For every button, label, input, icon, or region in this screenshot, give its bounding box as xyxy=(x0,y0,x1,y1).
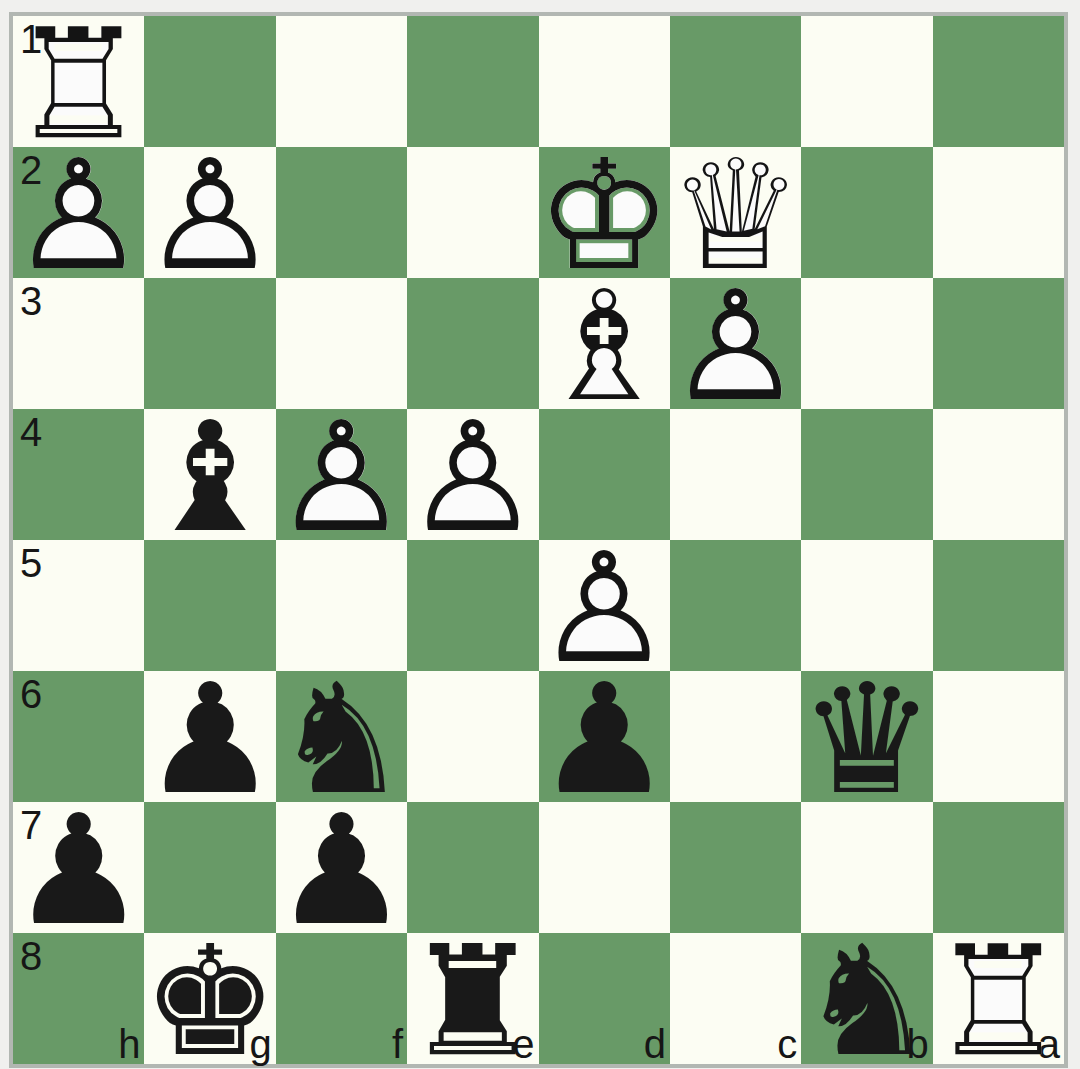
square-a6[interactable] xyxy=(933,671,1064,802)
white-rook-outline-icon: ♖ xyxy=(933,936,1064,1067)
square-b6[interactable]: ♛ xyxy=(801,671,932,802)
square-h4[interactable]: 4 xyxy=(13,409,144,540)
white-bishop-outline-icon: ♗ xyxy=(539,281,670,412)
chess-board[interactable]: 1♜♖2♟♙♟♙♚♔♛♕3♝♗♟♙4♝♟♙♟♙5♟♙6♟♞♟♛7♟♟8hg♚fe… xyxy=(13,16,1064,1064)
square-a4[interactable] xyxy=(933,409,1064,540)
square-a2[interactable] xyxy=(933,147,1064,278)
square-g6[interactable]: ♟ xyxy=(144,671,275,802)
square-h2[interactable]: 2♟♙ xyxy=(13,147,144,278)
square-b1[interactable] xyxy=(801,16,932,147)
square-g4[interactable]: ♝ xyxy=(144,409,275,540)
square-b2[interactable] xyxy=(801,147,932,278)
white-pawn-outline-icon: ♙ xyxy=(144,150,275,281)
square-f7[interactable]: ♟ xyxy=(276,802,407,933)
square-d5[interactable]: ♟♙ xyxy=(539,540,670,671)
square-c5[interactable] xyxy=(670,540,801,671)
file-label-f: f xyxy=(392,1024,403,1064)
black-pawn-h7[interactable]: ♟ xyxy=(13,805,144,936)
black-king-g8[interactable]: ♚ xyxy=(144,936,275,1067)
square-b3[interactable] xyxy=(801,278,932,409)
square-a1[interactable] xyxy=(933,16,1064,147)
square-e8[interactable]: e♜ xyxy=(407,933,538,1064)
white-pawn-outline-icon: ♙ xyxy=(670,281,801,412)
black-pawn-g6[interactable]: ♟ xyxy=(144,674,275,805)
white-pawn-outline-icon: ♙ xyxy=(407,412,538,543)
black-knight-b8[interactable]: ♞ xyxy=(801,936,932,1067)
rank-label-4: 4 xyxy=(20,412,42,452)
square-f1[interactable] xyxy=(276,16,407,147)
square-c6[interactable] xyxy=(670,671,801,802)
board-frame: 1♜♖2♟♙♟♙♚♔♛♕3♝♗♟♙4♝♟♙♟♙5♟♙6♟♞♟♛7♟♟8hg♚fe… xyxy=(9,12,1068,1068)
black-pawn-f7[interactable]: ♟ xyxy=(276,805,407,936)
square-a8[interactable]: a♜♖ xyxy=(933,933,1064,1064)
square-h7[interactable]: 7♟ xyxy=(13,802,144,933)
square-c8[interactable]: c xyxy=(670,933,801,1064)
square-g2[interactable]: ♟♙ xyxy=(144,147,275,278)
file-label-c: c xyxy=(777,1024,797,1064)
square-a3[interactable] xyxy=(933,278,1064,409)
white-pawn-outline-icon: ♙ xyxy=(276,412,407,543)
square-f2[interactable] xyxy=(276,147,407,278)
rank-label-6: 6 xyxy=(20,674,42,714)
square-e4[interactable]: ♟♙ xyxy=(407,409,538,540)
square-e1[interactable] xyxy=(407,16,538,147)
square-e6[interactable] xyxy=(407,671,538,802)
black-bishop-g4[interactable]: ♝ xyxy=(144,412,275,543)
black-queen-b6[interactable]: ♛ xyxy=(801,674,932,805)
square-d8[interactable]: d xyxy=(539,933,670,1064)
square-h5[interactable]: 5 xyxy=(13,540,144,671)
square-g8[interactable]: g♚ xyxy=(144,933,275,1064)
white-pawn-outline-icon: ♙ xyxy=(539,543,670,674)
square-b4[interactable] xyxy=(801,409,932,540)
square-d3[interactable]: ♝♗ xyxy=(539,278,670,409)
file-label-d: d xyxy=(644,1024,666,1064)
square-e2[interactable] xyxy=(407,147,538,278)
page-background: 1♜♖2♟♙♟♙♚♔♛♕3♝♗♟♙4♝♟♙♟♙5♟♙6♟♞♟♛7♟♟8hg♚fe… xyxy=(0,0,1080,1069)
square-b8[interactable]: b♞ xyxy=(801,933,932,1064)
square-c3[interactable]: ♟♙ xyxy=(670,278,801,409)
square-f4[interactable]: ♟♙ xyxy=(276,409,407,540)
square-c7[interactable] xyxy=(670,802,801,933)
file-label-h: h xyxy=(118,1024,140,1064)
white-pawn-outline-icon: ♙ xyxy=(13,150,144,281)
rank-label-5: 5 xyxy=(20,543,42,583)
square-a5[interactable] xyxy=(933,540,1064,671)
black-rook-e8[interactable]: ♜ xyxy=(407,936,538,1067)
